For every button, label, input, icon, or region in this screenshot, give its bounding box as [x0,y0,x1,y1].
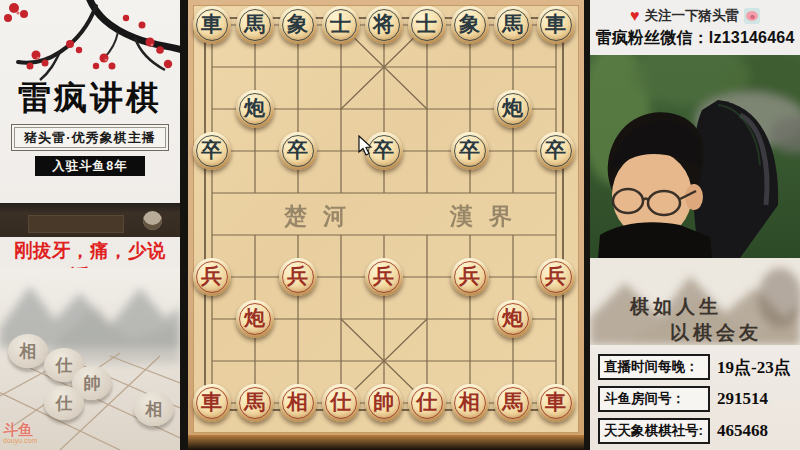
piece-red-車[interactable]: 車 [537,384,575,422]
pig-icon [744,8,760,24]
xiangqi-board[interactable]: 楚河 漢界 車馬象士将士象馬車炮炮卒卒卒卒卒兵兵兵兵兵炮炮車馬相仕帥仕相馬車 [188,0,584,450]
motto-line-2: 以棋会友 [670,320,762,345]
schedule-label: 直播时间每晚： [598,354,710,380]
info-row-schedule: 直播时间每晚： 19点-23点 [598,354,791,380]
piece-black-卒[interactable]: 卒 [451,132,489,170]
info-row-room: 斗鱼房间号： 291514 [598,386,768,412]
piece-red-炮[interactable]: 炮 [494,300,532,338]
piece-black-象[interactable]: 象 [451,6,489,44]
piece-black-車[interactable]: 車 [537,6,575,44]
piece-red-帥[interactable]: 帥 [365,384,403,422]
plum-blossoms [4,3,172,70]
subtitle-box: 猪头雷·优秀象棋主播 [11,124,169,151]
piece-red-相[interactable]: 相 [279,384,317,422]
mouse-cursor-icon [358,135,374,157]
follow-text: 关注一下猪头雷 [645,7,740,25]
piece-black-炮[interactable]: 炮 [494,90,532,128]
piece-black-将[interactable]: 将 [365,6,403,44]
wechat-line: 雷疯粉丝微信：lz13146464 [590,28,800,49]
piece-black-馬[interactable]: 馬 [494,6,532,44]
info-section: 直播时间每晚： 19点-23点 斗鱼房间号： 291514 天天象棋棋社号: 4… [590,345,800,450]
follow-line: ♥ 关注一下猪头雷 [590,7,800,25]
left-banner-panel: 雷疯讲棋 猪头雷·优秀象棋主播 入驻斗鱼8年 刚拔牙，痛，少说话！ [0,0,180,450]
heart-icon: ♥ [630,7,640,25]
channel-title: 雷疯讲棋 [0,76,180,121]
stream-overlay: 雷疯讲棋 猪头雷·优秀象棋主播 入驻斗鱼8年 刚拔牙，痛，少说话！ [0,0,800,450]
piece-red-兵[interactable]: 兵 [365,258,403,296]
info-row-club: 天天象棋棋社号: 465468 [598,418,768,444]
piece-red-兵[interactable]: 兵 [193,258,231,296]
piece-red-車[interactable]: 車 [193,384,231,422]
piece-red-仕[interactable]: 仕 [322,384,360,422]
douyu-watermark: 斗鱼 douyu.com [3,422,37,444]
photo-piece: 相 [8,334,48,368]
schedule-value: 19点-23点 [717,356,791,379]
right-info-panel: ♥ 关注一下猪头雷 雷疯粉丝微信：lz13146464 [590,0,800,450]
piece-black-車[interactable]: 車 [193,6,231,44]
webcam-scene [590,55,800,258]
piece-black-馬[interactable]: 馬 [236,6,274,44]
room-label: 斗鱼房间号： [598,386,710,412]
subtitle-text: 猪头雷·优秀象棋主播 [24,129,155,147]
mini-screenshot-strip [0,203,180,237]
piece-red-兵[interactable]: 兵 [279,258,317,296]
piece-red-馬[interactable]: 馬 [494,384,532,422]
photo-piece: 仕 [44,386,84,420]
mini-board-shape [28,215,124,233]
piece-red-相[interactable]: 相 [451,384,489,422]
piece-red-仕[interactable]: 仕 [408,384,446,422]
piece-red-兵[interactable]: 兵 [537,258,575,296]
piece-red-兵[interactable]: 兵 [451,258,489,296]
piece-red-馬[interactable]: 馬 [236,384,274,422]
piece-black-士[interactable]: 士 [322,6,360,44]
follow-band: ♥ 关注一下猪头雷 雷疯粉丝微信：lz13146464 [590,0,800,55]
webcam-view [590,55,800,258]
seniority-badge: 入驻斗鱼8年 [35,156,145,176]
club-value: 465468 [717,421,768,441]
piece-black-士[interactable]: 士 [408,6,446,44]
motto-line-1: 棋如人生 [630,294,722,320]
piece-black-炮[interactable]: 炮 [236,90,274,128]
piece-black-象[interactable]: 象 [279,6,317,44]
club-label: 天天象棋棋社号: [598,418,710,444]
seniority-badge-text: 入驻斗鱼8年 [52,158,127,175]
piece-black-卒[interactable]: 卒 [193,132,231,170]
piece-black-卒[interactable]: 卒 [537,132,575,170]
piece-red-炮[interactable]: 炮 [236,300,274,338]
left-divider [180,0,188,450]
piece-black-卒[interactable]: 卒 [279,132,317,170]
room-value: 291514 [717,389,768,409]
motto-section: 棋如人生 以棋会友 [590,258,800,345]
photo-piece: 相 [134,392,174,426]
board-grid[interactable]: 車馬象士将士象馬車炮炮卒卒卒卒卒兵兵兵兵兵炮炮車馬相仕帥仕相馬車 [190,4,577,424]
mini-avatar-shape [143,211,162,230]
